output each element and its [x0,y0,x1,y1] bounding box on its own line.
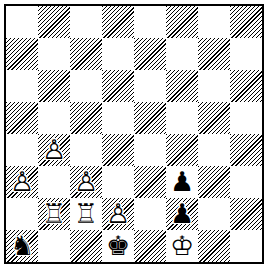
square-d4[interactable] [102,134,134,166]
piece-black-knight[interactable]: ♞♞ [6,230,38,262]
square-c6[interactable] [70,70,102,102]
square-e3[interactable] [134,166,166,198]
square-b4[interactable]: ♟♙ [38,134,70,166]
square-d3[interactable] [102,166,134,198]
piece-black-pawn[interactable]: ♟♟ [166,198,198,230]
square-e2[interactable] [134,198,166,230]
square-e4[interactable] [134,134,166,166]
piece-white-pawn[interactable]: ♟♙ [38,134,70,166]
square-a8[interactable] [6,6,38,38]
piece-white-king[interactable]: ♚♔ [166,230,198,262]
square-g5[interactable] [198,102,230,134]
square-a7[interactable] [6,38,38,70]
square-h5[interactable] [230,102,262,134]
square-a5[interactable] [6,102,38,134]
piece-black-king[interactable]: ♚♚ [102,230,134,262]
square-a3[interactable]: ♟♙ [6,166,38,198]
piece-glyph: ♙ [6,166,38,198]
square-a2[interactable] [6,198,38,230]
square-f1[interactable]: ♚♔ [166,230,198,262]
square-d2[interactable]: ♟♙ [102,198,134,230]
square-g3[interactable] [198,166,230,198]
piece-black-pawn[interactable]: ♟♟ [166,166,198,198]
square-h8[interactable] [230,6,262,38]
square-h2[interactable] [230,198,262,230]
square-f5[interactable] [166,102,198,134]
square-e7[interactable] [134,38,166,70]
piece-glyph: ♚ [102,230,134,262]
square-b3[interactable] [38,166,70,198]
piece-glyph: ♟ [166,198,198,230]
square-f4[interactable] [166,134,198,166]
square-f3[interactable]: ♟♟ [166,166,198,198]
square-h3[interactable] [230,166,262,198]
square-d6[interactable] [102,70,134,102]
square-e6[interactable] [134,70,166,102]
square-d1[interactable]: ♚♚ [102,230,134,262]
piece-white-rook[interactable]: ♜♖ [38,198,70,230]
square-e5[interactable] [134,102,166,134]
square-f7[interactable] [166,38,198,70]
square-a1[interactable]: ♞♞ [6,230,38,262]
piece-white-pawn[interactable]: ♟♙ [70,166,102,198]
square-h1[interactable] [230,230,262,262]
square-c8[interactable] [70,6,102,38]
piece-glyph: ♙ [102,198,134,230]
square-a6[interactable] [6,70,38,102]
square-e8[interactable] [134,6,166,38]
square-h4[interactable] [230,134,262,166]
chess-diagram: ♟♙♟♙♟♙♟♟♜♖♜♖♟♙♟♟♞♞♚♚♚♔ [0,0,268,268]
square-e1[interactable] [134,230,166,262]
square-b5[interactable] [38,102,70,134]
square-d5[interactable] [102,102,134,134]
square-b2[interactable]: ♜♖ [38,198,70,230]
square-c4[interactable] [70,134,102,166]
piece-glyph: ♖ [70,198,102,230]
square-h7[interactable] [230,38,262,70]
square-c3[interactable]: ♟♙ [70,166,102,198]
square-c5[interactable] [70,102,102,134]
square-f6[interactable] [166,70,198,102]
square-b6[interactable] [38,70,70,102]
piece-glyph: ♞ [6,230,38,262]
square-b1[interactable] [38,230,70,262]
piece-white-pawn[interactable]: ♟♙ [6,166,38,198]
square-c7[interactable] [70,38,102,70]
square-a4[interactable] [6,134,38,166]
piece-glyph: ♔ [166,230,198,262]
square-b7[interactable] [38,38,70,70]
piece-glyph: ♟ [166,166,198,198]
square-c1[interactable] [70,230,102,262]
square-g1[interactable] [198,230,230,262]
piece-glyph: ♙ [70,166,102,198]
piece-glyph: ♖ [38,198,70,230]
square-g6[interactable] [198,70,230,102]
square-f8[interactable] [166,6,198,38]
square-b8[interactable] [38,6,70,38]
square-d7[interactable] [102,38,134,70]
piece-white-rook[interactable]: ♜♖ [70,198,102,230]
square-g4[interactable] [198,134,230,166]
square-h6[interactable] [230,70,262,102]
piece-white-pawn[interactable]: ♟♙ [102,198,134,230]
chess-board: ♟♙♟♙♟♙♟♟♜♖♜♖♟♙♟♟♞♞♚♚♚♔ [4,4,264,264]
square-c2[interactable]: ♜♖ [70,198,102,230]
square-g7[interactable] [198,38,230,70]
square-f2[interactable]: ♟♟ [166,198,198,230]
piece-glyph: ♙ [38,134,70,166]
square-g8[interactable] [198,6,230,38]
square-g2[interactable] [198,198,230,230]
square-d8[interactable] [102,6,134,38]
